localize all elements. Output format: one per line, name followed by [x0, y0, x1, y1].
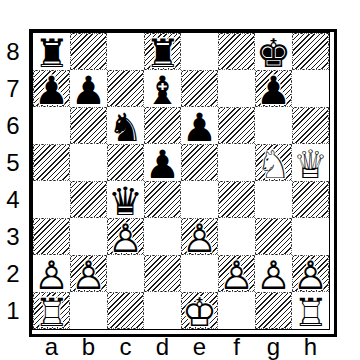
square-c5[interactable]: [107, 144, 144, 181]
piece-black-knight: ♞♞: [107, 107, 144, 144]
white-pawn-glyph: ♙: [293, 258, 328, 293]
file-label-f: f: [218, 334, 255, 360]
rank-label-6: 6: [0, 107, 26, 144]
piece-black-pawn: ♟♟: [34, 71, 69, 106]
chess-diagram: 87654321 ♜♜♜♜♚♚♟♟♟♟♝♝♟♟♞♞♟♟♟♟♞♘♛♕♛♛♟♙♟♙♟…: [0, 0, 360, 360]
square-b8[interactable]: [70, 33, 107, 70]
piece-white-pawn: ♟♙: [71, 256, 106, 291]
square-e6[interactable]: ♟♟: [181, 107, 218, 144]
board-inner-frame: ♜♜♜♜♚♚♟♟♟♟♝♝♟♟♞♞♟♟♟♟♞♘♛♕♛♛♟♙♟♙♟♙♟♙♟♙♟♙♟♙…: [32, 32, 330, 330]
square-c1[interactable]: [107, 292, 144, 329]
black-queen-glyph: ♛: [107, 183, 144, 220]
square-d6[interactable]: [144, 107, 181, 144]
square-h4[interactable]: [292, 181, 329, 218]
white-pawn-glyph: ♙: [71, 258, 106, 293]
square-e4[interactable]: [181, 181, 218, 218]
file-label-d: d: [144, 334, 181, 360]
file-label-e: e: [181, 334, 218, 360]
piece-black-bishop: ♝♝: [144, 70, 181, 107]
piece-white-knight: ♞♘: [256, 145, 291, 180]
board-frame: ♜♜♜♜♚♚♟♟♟♟♝♝♟♟♞♞♟♟♟♟♞♘♛♕♛♛♟♙♟♙♟♙♟♙♟♙♟♙♟♙…: [29, 29, 337, 337]
square-c3[interactable]: ♟♙: [107, 218, 144, 255]
square-c7[interactable]: [107, 70, 144, 107]
rank-label-3: 3: [0, 218, 26, 255]
square-g2[interactable]: ♟♙: [255, 255, 292, 292]
square-d5[interactable]: ♟♟: [144, 144, 181, 181]
chess-board: ♜♜♜♜♚♚♟♟♟♟♝♝♟♟♞♞♟♟♟♟♞♘♛♕♛♛♟♙♟♙♟♙♟♙♟♙♟♙♟♙…: [33, 33, 329, 329]
piece-white-queen: ♛♕: [292, 144, 329, 181]
square-f4[interactable]: [218, 181, 255, 218]
white-king-glyph: ♔: [182, 295, 217, 330]
square-h3[interactable]: [292, 218, 329, 255]
white-knight-glyph: ♘: [256, 147, 291, 182]
piece-white-pawn: ♟♙: [293, 256, 328, 291]
piece-white-pawn: ♟♙: [33, 255, 70, 292]
white-pawn-glyph: ♙: [33, 257, 70, 294]
square-f7[interactable]: [218, 70, 255, 107]
rank-label-5: 5: [0, 144, 26, 181]
piece-black-rook: ♜♜: [145, 34, 180, 69]
white-queen-glyph: ♕: [292, 146, 329, 183]
square-a7[interactable]: ♟♟: [33, 70, 70, 107]
white-pawn-glyph: ♙: [108, 221, 143, 256]
square-f8[interactable]: [218, 33, 255, 70]
square-e2[interactable]: [181, 255, 218, 292]
square-e3[interactable]: ♟♙: [181, 218, 218, 255]
square-h6[interactable]: [292, 107, 329, 144]
file-label-h: h: [292, 334, 329, 360]
piece-white-pawn: ♟♙: [219, 256, 254, 291]
square-d2[interactable]: [144, 255, 181, 292]
square-f2[interactable]: ♟♙: [218, 255, 255, 292]
square-c8[interactable]: [107, 33, 144, 70]
square-a2[interactable]: ♟♙: [33, 255, 70, 292]
rank-label-7: 7: [0, 70, 26, 107]
rank-labels: 87654321: [0, 33, 26, 329]
white-pawn-glyph: ♙: [182, 221, 217, 256]
square-g5[interactable]: ♞♘: [255, 144, 292, 181]
square-c2[interactable]: [107, 255, 144, 292]
piece-white-rook: ♜♖: [292, 292, 329, 329]
piece-white-pawn: ♟♙: [182, 219, 217, 254]
piece-black-queen: ♛♛: [107, 181, 144, 218]
black-pawn-glyph: ♟: [34, 73, 69, 108]
piece-white-king: ♚♔: [182, 293, 217, 328]
square-a4[interactable]: [33, 181, 70, 218]
square-h5[interactable]: ♛♕: [292, 144, 329, 181]
rank-label-4: 4: [0, 181, 26, 218]
square-b1[interactable]: [70, 292, 107, 329]
square-c6[interactable]: ♞♞: [107, 107, 144, 144]
square-e1[interactable]: ♚♔: [181, 292, 218, 329]
square-a6[interactable]: [33, 107, 70, 144]
square-g7[interactable]: ♟♟: [255, 70, 292, 107]
square-h8[interactable]: [292, 33, 329, 70]
square-h2[interactable]: ♟♙: [292, 255, 329, 292]
square-a8[interactable]: ♜♜: [33, 33, 70, 70]
black-bishop-glyph: ♝: [144, 72, 181, 109]
square-g6[interactable]: [255, 107, 292, 144]
square-e7[interactable]: [181, 70, 218, 107]
square-c4[interactable]: ♛♛: [107, 181, 144, 218]
square-e5[interactable]: [181, 144, 218, 181]
square-e8[interactable]: [181, 33, 218, 70]
square-d1[interactable]: [144, 292, 181, 329]
square-a5[interactable]: [33, 144, 70, 181]
black-pawn-glyph: ♟: [256, 73, 291, 108]
black-king-glyph: ♚: [255, 35, 292, 72]
square-f1[interactable]: [218, 292, 255, 329]
square-f3[interactable]: [218, 218, 255, 255]
square-g1[interactable]: [255, 292, 292, 329]
piece-white-rook: ♜♖: [34, 293, 69, 328]
file-label-a: a: [33, 334, 70, 360]
square-g3[interactable]: [255, 218, 292, 255]
square-b6[interactable]: [70, 107, 107, 144]
piece-black-pawn: ♟♟: [181, 107, 218, 144]
white-pawn-glyph: ♙: [255, 257, 292, 294]
square-a1[interactable]: ♜♖: [33, 292, 70, 329]
square-b2[interactable]: ♟♙: [70, 255, 107, 292]
file-labels: abcdefgh: [33, 334, 329, 360]
square-b7[interactable]: ♟♟: [70, 70, 107, 107]
piece-black-pawn: ♟♟: [70, 70, 107, 107]
square-g8[interactable]: ♚♚: [255, 33, 292, 70]
square-b4[interactable]: [70, 181, 107, 218]
file-label-g: g: [255, 334, 292, 360]
square-h7[interactable]: [292, 70, 329, 107]
white-pawn-glyph: ♙: [219, 258, 254, 293]
square-d8[interactable]: ♜♜: [144, 33, 181, 70]
square-b3[interactable]: [70, 218, 107, 255]
piece-black-rook: ♜♜: [33, 33, 70, 70]
black-pawn-glyph: ♟: [181, 109, 218, 146]
white-rook-glyph: ♖: [34, 295, 69, 330]
rank-label-1: 1: [0, 292, 26, 329]
square-a3[interactable]: [33, 218, 70, 255]
square-f5[interactable]: [218, 144, 255, 181]
black-rook-glyph: ♜: [145, 36, 180, 71]
square-d7[interactable]: ♝♝: [144, 70, 181, 107]
piece-white-pawn: ♟♙: [255, 255, 292, 292]
white-rook-glyph: ♖: [292, 294, 329, 331]
black-pawn-glyph: ♟: [144, 146, 181, 183]
rank-label-2: 2: [0, 255, 26, 292]
square-h1[interactable]: ♜♖: [292, 292, 329, 329]
square-d3[interactable]: [144, 218, 181, 255]
piece-white-pawn: ♟♙: [108, 219, 143, 254]
black-rook-glyph: ♜: [33, 35, 70, 72]
rank-label-8: 8: [0, 33, 26, 70]
black-pawn-glyph: ♟: [70, 72, 107, 109]
black-knight-glyph: ♞: [107, 109, 144, 146]
piece-black-pawn: ♟♟: [256, 71, 291, 106]
file-label-c: c: [107, 334, 144, 360]
piece-black-pawn: ♟♟: [144, 144, 181, 181]
square-d4[interactable]: [144, 181, 181, 218]
square-b5[interactable]: [70, 144, 107, 181]
file-label-b: b: [70, 334, 107, 360]
square-g4[interactable]: [255, 181, 292, 218]
square-f6[interactable]: [218, 107, 255, 144]
piece-black-king: ♚♚: [255, 33, 292, 70]
